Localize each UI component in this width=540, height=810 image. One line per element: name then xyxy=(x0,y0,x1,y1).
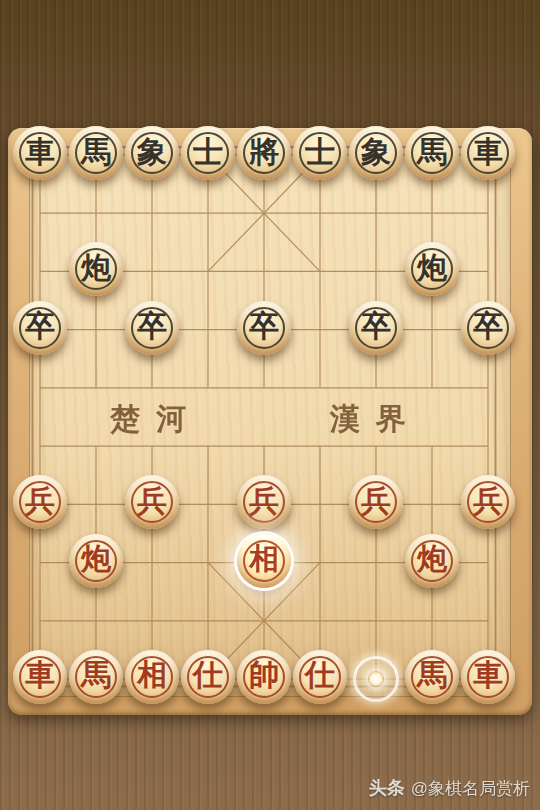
piece-black-soldier[interactable]: 卒 xyxy=(13,301,67,355)
piece-glyph: 兵 xyxy=(473,481,503,522)
board-surface[interactable] xyxy=(29,146,511,697)
river-label-right: 漢界 xyxy=(330,399,422,440)
piece-red-horse[interactable]: 馬 xyxy=(69,650,123,704)
piece-glyph: 馬 xyxy=(417,132,447,173)
piece-black-soldier[interactable]: 卒 xyxy=(237,301,291,355)
piece-red-elephant[interactable]: 相 xyxy=(125,650,179,704)
piece-red-soldier[interactable]: 兵 xyxy=(237,475,291,529)
piece-glyph: 卒 xyxy=(473,306,503,347)
piece-glyph: 將 xyxy=(249,132,279,173)
piece-glyph: 相 xyxy=(137,655,167,696)
piece-black-advisor[interactable]: 士 xyxy=(293,126,347,180)
piece-black-elephant[interactable]: 象 xyxy=(349,126,403,180)
piece-red-cannon[interactable]: 炮 xyxy=(69,534,123,588)
piece-glyph: 炮 xyxy=(81,248,111,289)
piece-glyph: 炮 xyxy=(81,539,111,580)
piece-red-general[interactable]: 帥 xyxy=(237,650,291,704)
piece-red-soldier[interactable]: 兵 xyxy=(125,475,179,529)
app-background: 楚河 漢界 車馬象士將士象馬車炮炮卒卒卒卒卒兵兵兵兵兵炮相炮車馬相仕帥仕馬車 头… xyxy=(0,0,540,810)
piece-glyph: 卒 xyxy=(137,306,167,347)
piece-glyph: 象 xyxy=(137,132,167,173)
piece-glyph: 士 xyxy=(305,132,335,173)
piece-glyph: 士 xyxy=(193,132,223,173)
piece-glyph: 馬 xyxy=(81,132,111,173)
piece-black-horse[interactable]: 馬 xyxy=(405,126,459,180)
piece-black-general[interactable]: 將 xyxy=(237,126,291,180)
piece-black-elephant[interactable]: 象 xyxy=(125,126,179,180)
piece-glyph: 兵 xyxy=(137,481,167,522)
piece-red-soldier[interactable]: 兵 xyxy=(461,475,515,529)
last-move-origin-marker xyxy=(353,656,399,702)
piece-glyph: 仕 xyxy=(193,655,223,696)
piece-glyph: 卒 xyxy=(361,306,391,347)
piece-black-chariot[interactable]: 車 xyxy=(13,126,67,180)
xiangqi-board xyxy=(8,128,532,715)
piece-black-chariot[interactable]: 車 xyxy=(461,126,515,180)
piece-red-soldier[interactable]: 兵 xyxy=(349,475,403,529)
piece-glyph: 馬 xyxy=(81,655,111,696)
piece-glyph: 馬 xyxy=(417,655,447,696)
piece-glyph: 車 xyxy=(25,132,55,173)
piece-glyph: 相 xyxy=(249,539,279,580)
river-label-left: 楚河 xyxy=(110,399,202,440)
piece-glyph: 炮 xyxy=(417,539,447,580)
piece-glyph: 帥 xyxy=(249,655,279,696)
watermark: 头条@象棋名局赏析 xyxy=(369,776,530,800)
piece-glyph: 兵 xyxy=(361,481,391,522)
piece-red-advisor[interactable]: 仕 xyxy=(293,650,347,704)
piece-glyph: 卒 xyxy=(25,306,55,347)
piece-black-horse[interactable]: 馬 xyxy=(69,126,123,180)
piece-red-chariot[interactable]: 車 xyxy=(461,650,515,704)
piece-black-advisor[interactable]: 士 xyxy=(181,126,235,180)
piece-glyph: 兵 xyxy=(25,481,55,522)
watermark-handle: @象棋名局赏析 xyxy=(411,779,530,798)
piece-black-soldier[interactable]: 卒 xyxy=(349,301,403,355)
piece-glyph: 象 xyxy=(361,132,391,173)
piece-glyph: 車 xyxy=(473,655,503,696)
piece-glyph: 卒 xyxy=(249,306,279,347)
piece-glyph: 炮 xyxy=(417,248,447,289)
piece-glyph: 車 xyxy=(473,132,503,173)
watermark-brand: 头条 xyxy=(369,778,405,798)
piece-red-chariot[interactable]: 車 xyxy=(13,650,67,704)
piece-glyph: 兵 xyxy=(249,481,279,522)
piece-black-soldier[interactable]: 卒 xyxy=(461,301,515,355)
piece-glyph: 仕 xyxy=(305,655,335,696)
piece-red-soldier[interactable]: 兵 xyxy=(13,475,67,529)
piece-glyph: 車 xyxy=(25,655,55,696)
piece-red-advisor[interactable]: 仕 xyxy=(181,650,235,704)
piece-red-horse[interactable]: 馬 xyxy=(405,650,459,704)
piece-red-cannon[interactable]: 炮 xyxy=(405,534,459,588)
piece-black-soldier[interactable]: 卒 xyxy=(125,301,179,355)
piece-red-elephant[interactable]: 相 xyxy=(237,534,291,588)
